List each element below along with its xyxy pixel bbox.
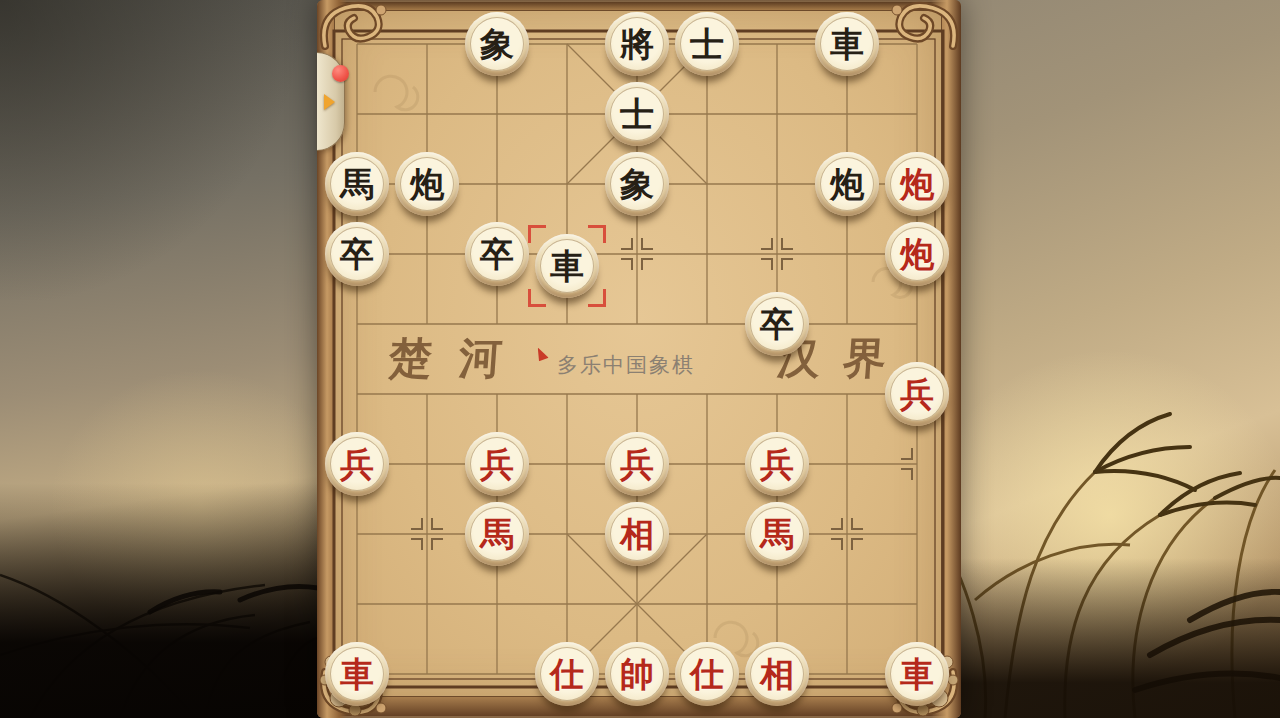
piece-glyph: 車 [340, 657, 374, 691]
piece-red-cannon-i2[interactable]: 炮 [885, 152, 949, 216]
piece-red-soldier-i5[interactable]: 兵 [885, 362, 949, 426]
piece-glyph: 炮 [830, 167, 864, 201]
piece-black-cannon-h2[interactable]: 炮 [815, 152, 879, 216]
piece-red-elephant-g9[interactable]: 相 [745, 642, 809, 706]
piece-black-chariot-h0[interactable]: 車 [815, 12, 879, 76]
piece-black-elephant-c0[interactable]: 象 [465, 12, 529, 76]
piece-glyph: 相 [760, 657, 794, 691]
piece-glyph: 士 [620, 97, 654, 131]
piece-red-advisor-f9[interactable]: 仕 [675, 642, 739, 706]
piece-red-horse-g7[interactable]: 馬 [745, 502, 809, 566]
piece-glyph: 炮 [900, 237, 934, 271]
piece-red-horse-c7[interactable]: 馬 [465, 502, 529, 566]
piece-red-elephant-e7[interactable]: 相 [605, 502, 669, 566]
piece-red-chariot-i9[interactable]: 車 [885, 642, 949, 706]
piece-glyph: 將 [620, 27, 654, 61]
piece-black-soldier-g4[interactable]: 卒 [745, 292, 809, 356]
piece-glyph: 馬 [340, 167, 374, 201]
piece-red-soldier-c6[interactable]: 兵 [465, 432, 529, 496]
river-label-chu-he: 楚河 [387, 337, 530, 380]
xiangqi-board[interactable]: 楚河 汉界 多乐中国象棋 象將士車士馬炮象炮炮卒卒車炮卒兵兵兵兵兵馬相馬車仕帥仕… [317, 0, 961, 718]
piece-glyph: 象 [620, 167, 654, 201]
piece-black-soldier-a3[interactable]: 卒 [325, 222, 389, 286]
piece-glyph: 炮 [900, 167, 934, 201]
expand-arrow-icon [324, 94, 335, 110]
piece-glyph: 相 [620, 517, 654, 551]
piece-red-soldier-g6[interactable]: 兵 [745, 432, 809, 496]
piece-black-general-e0[interactable]: 將 [605, 12, 669, 76]
piece-red-soldier-e6[interactable]: 兵 [605, 432, 669, 496]
piece-glyph: 兵 [760, 447, 794, 481]
piece-glyph: 炮 [410, 167, 444, 201]
piece-glyph: 兵 [900, 377, 934, 411]
piece-red-cannon-i3[interactable]: 炮 [885, 222, 949, 286]
piece-glyph: 車 [900, 657, 934, 691]
piece-glyph: 士 [690, 27, 724, 61]
piece-red-soldier-a6[interactable]: 兵 [325, 432, 389, 496]
piece-glyph: 車 [550, 249, 584, 283]
piece-black-cannon-b2[interactable]: 炮 [395, 152, 459, 216]
piece-glyph: 卒 [760, 307, 794, 341]
notification-dot [332, 65, 349, 82]
piece-black-advisor-f0[interactable]: 士 [675, 12, 739, 76]
piece-glyph: 兵 [620, 447, 654, 481]
piece-glyph: 馬 [760, 517, 794, 551]
piece-glyph: 卒 [340, 237, 374, 271]
piece-black-chariot-d3[interactable]: 車 [535, 234, 599, 298]
piece-black-horse-a2[interactable]: 馬 [325, 152, 389, 216]
piece-glyph: 帥 [620, 657, 654, 691]
piece-glyph: 馬 [480, 517, 514, 551]
piece-glyph: 仕 [690, 657, 724, 691]
piece-black-advisor-e1[interactable]: 士 [605, 82, 669, 146]
background-grass-silhouette-right [925, 558, 1280, 718]
piece-red-chariot-a9[interactable]: 車 [325, 642, 389, 706]
piece-glyph: 仕 [550, 657, 584, 691]
background-grass-silhouette-left [0, 483, 345, 718]
game-stage: 楚河 汉界 多乐中国象棋 象將士車士馬炮象炮炮卒卒車炮卒兵兵兵兵兵馬相馬車仕帥仕… [0, 0, 1280, 718]
piece-glyph: 卒 [480, 237, 514, 271]
piece-black-elephant-e2[interactable]: 象 [605, 152, 669, 216]
piece-glyph: 兵 [340, 447, 374, 481]
watermark-text: 多乐中国象棋 [557, 351, 695, 379]
piece-glyph: 兵 [480, 447, 514, 481]
piece-glyph: 象 [480, 27, 514, 61]
piece-glyph: 車 [830, 27, 864, 61]
piece-red-general-e9[interactable]: 帥 [605, 642, 669, 706]
piece-red-advisor-d9[interactable]: 仕 [535, 642, 599, 706]
piece-black-soldier-c3[interactable]: 卒 [465, 222, 529, 286]
